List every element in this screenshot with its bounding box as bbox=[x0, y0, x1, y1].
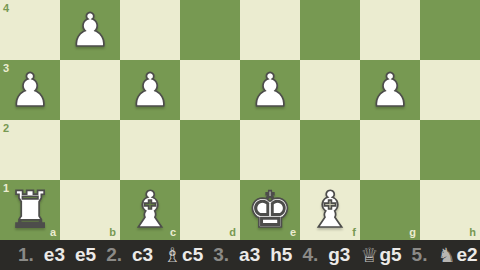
file-label-h: h bbox=[469, 227, 476, 238]
move-list-bar: 1.e3e52.c3♗c53.a3h54.g3♕g55.♞e2 bbox=[0, 240, 480, 270]
square-e3[interactable]: ♟ bbox=[240, 60, 300, 120]
move-text[interactable]: ♞e2 bbox=[437, 244, 477, 266]
white-bishop[interactable]: ♝ bbox=[300, 180, 360, 240]
square-c1[interactable]: c♝ bbox=[120, 180, 180, 240]
square-h4[interactable] bbox=[420, 0, 480, 60]
chess-app: 4♟3♟♟♟♟21a♜bc♝de♚f♝gh 1.e3e52.c3♗c53.a3h… bbox=[0, 0, 480, 270]
square-e4[interactable] bbox=[240, 0, 300, 60]
move-text[interactable]: c3 bbox=[132, 244, 153, 266]
move-number: 5. bbox=[412, 244, 428, 266]
move-number: 3. bbox=[213, 244, 229, 266]
move-text[interactable]: ♕g5 bbox=[360, 244, 401, 266]
move-text[interactable]: e5 bbox=[75, 244, 96, 266]
queen-icon: ♕ bbox=[360, 245, 378, 265]
white-pawn[interactable]: ♟ bbox=[60, 0, 120, 60]
rank-label-2: 2 bbox=[3, 123, 9, 134]
rank-label-4: 4 bbox=[3, 3, 9, 14]
square-e1[interactable]: e♚ bbox=[240, 180, 300, 240]
white-king[interactable]: ♚ bbox=[240, 180, 300, 240]
square-h1[interactable]: h bbox=[420, 180, 480, 240]
file-label-g: g bbox=[409, 227, 416, 238]
square-f3[interactable] bbox=[300, 60, 360, 120]
chess-board: 4♟3♟♟♟♟21a♜bc♝de♚f♝gh bbox=[0, 0, 480, 240]
square-b1[interactable]: b bbox=[60, 180, 120, 240]
square-f2[interactable] bbox=[300, 120, 360, 180]
square-g3[interactable]: ♟ bbox=[360, 60, 420, 120]
move-text[interactable]: g3 bbox=[328, 244, 350, 266]
square-d1[interactable]: d bbox=[180, 180, 240, 240]
square-g4[interactable] bbox=[360, 0, 420, 60]
square-g1[interactable]: g bbox=[360, 180, 420, 240]
square-b2[interactable] bbox=[60, 120, 120, 180]
square-a4[interactable]: 4 bbox=[0, 0, 60, 60]
white-pawn[interactable]: ♟ bbox=[360, 60, 420, 120]
square-h3[interactable] bbox=[420, 60, 480, 120]
square-c3[interactable]: ♟ bbox=[120, 60, 180, 120]
move-text[interactable]: e3 bbox=[44, 244, 65, 266]
square-f1[interactable]: f♝ bbox=[300, 180, 360, 240]
square-a2[interactable]: 2 bbox=[0, 120, 60, 180]
file-label-b: b bbox=[109, 227, 116, 238]
square-g2[interactable] bbox=[360, 120, 420, 180]
move-number: 2. bbox=[106, 244, 122, 266]
square-a3[interactable]: 3♟ bbox=[0, 60, 60, 120]
move-text[interactable]: a3 bbox=[239, 244, 260, 266]
knight-icon: ♞ bbox=[437, 245, 455, 265]
square-b3[interactable] bbox=[60, 60, 120, 120]
square-e2[interactable] bbox=[240, 120, 300, 180]
white-pawn[interactable]: ♟ bbox=[0, 60, 60, 120]
move-number: 1. bbox=[18, 244, 34, 266]
square-d3[interactable] bbox=[180, 60, 240, 120]
bishop-icon: ♗ bbox=[163, 245, 181, 265]
square-c2[interactable] bbox=[120, 120, 180, 180]
move-number: 4. bbox=[302, 244, 318, 266]
square-h2[interactable] bbox=[420, 120, 480, 180]
white-bishop[interactable]: ♝ bbox=[120, 180, 180, 240]
square-f4[interactable] bbox=[300, 0, 360, 60]
white-rook[interactable]: ♜ bbox=[0, 180, 60, 240]
white-pawn[interactable]: ♟ bbox=[120, 60, 180, 120]
file-label-d: d bbox=[229, 227, 236, 238]
move-text[interactable]: h5 bbox=[270, 244, 292, 266]
move-text[interactable]: ♗c5 bbox=[163, 244, 203, 266]
white-pawn[interactable]: ♟ bbox=[240, 60, 300, 120]
square-c4[interactable] bbox=[120, 0, 180, 60]
square-a1[interactable]: 1a♜ bbox=[0, 180, 60, 240]
square-b4[interactable]: ♟ bbox=[60, 0, 120, 60]
square-d2[interactable] bbox=[180, 120, 240, 180]
square-d4[interactable] bbox=[180, 0, 240, 60]
